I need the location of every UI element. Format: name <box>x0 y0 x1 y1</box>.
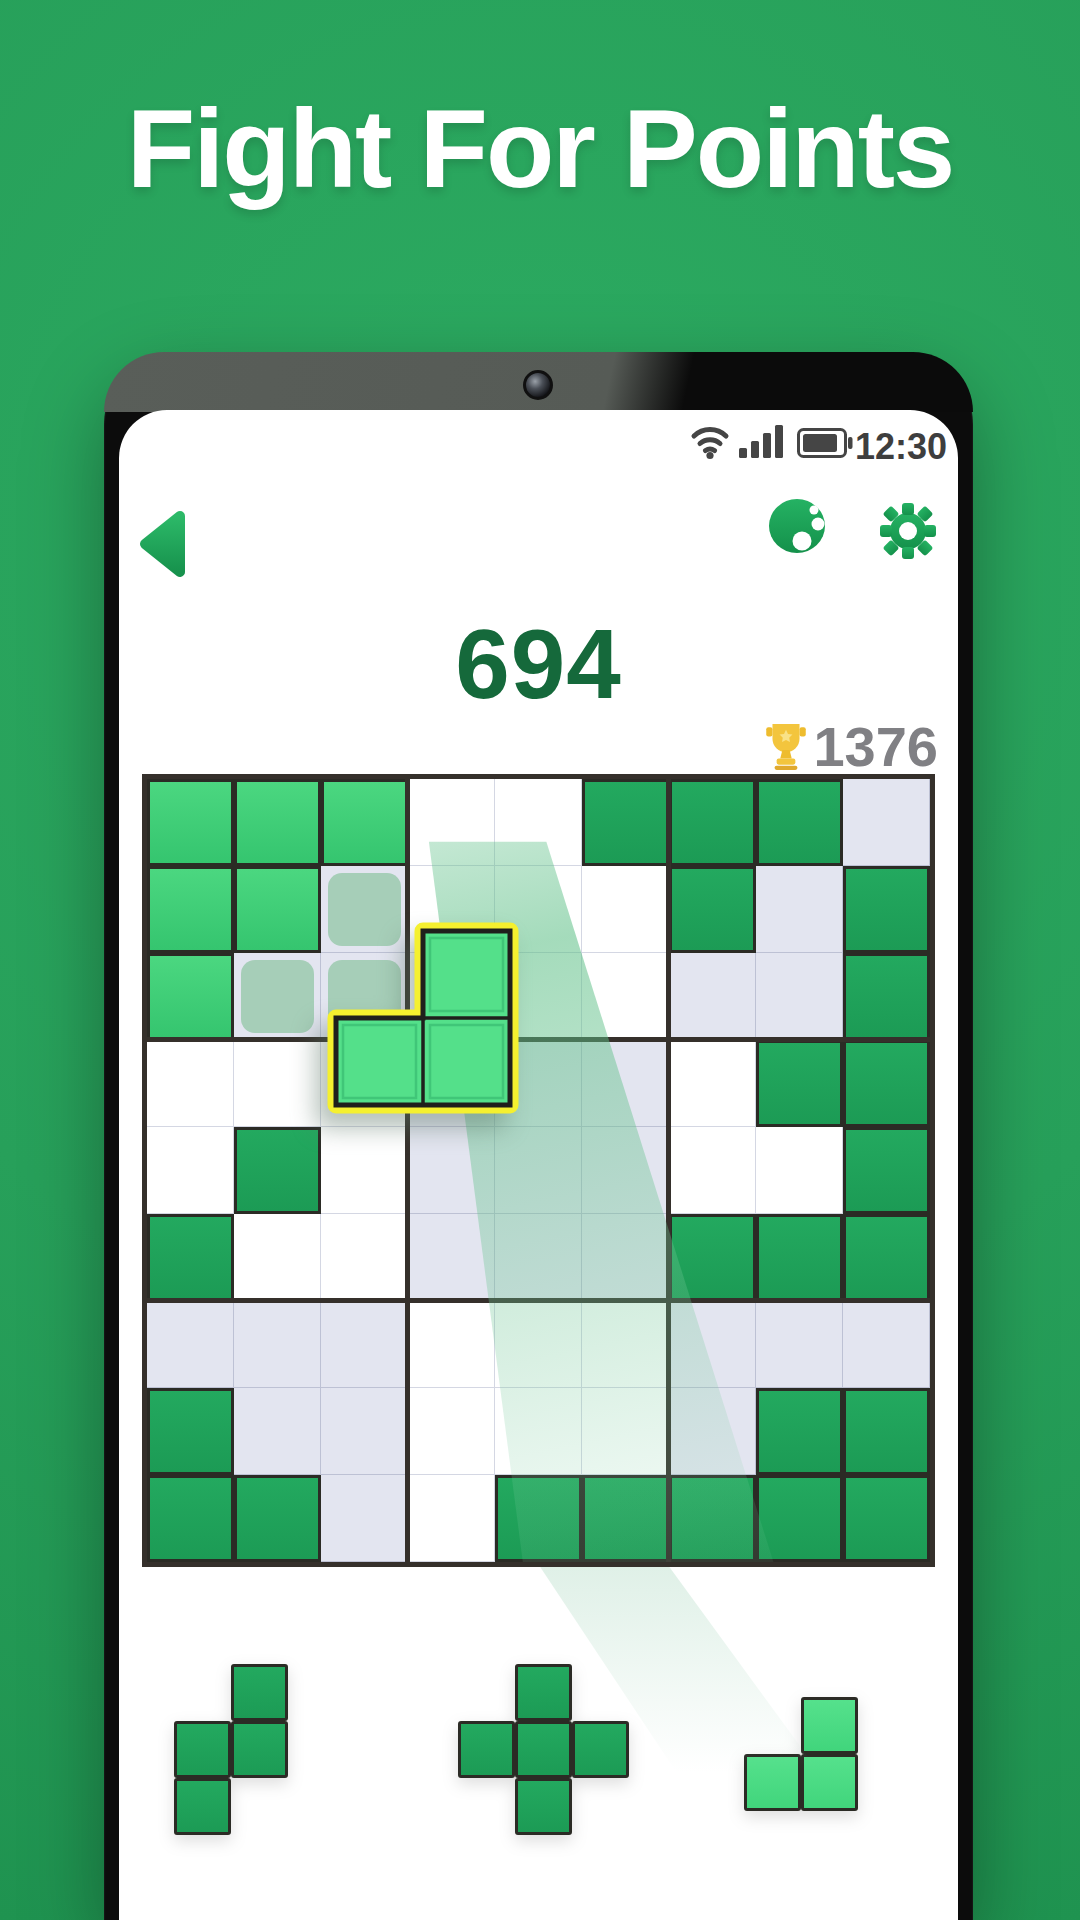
board-cell[interactable] <box>147 1388 234 1475</box>
tray-piece-cell <box>231 1721 288 1778</box>
tray-piece-corner-tromino[interactable] <box>744 1697 858 1811</box>
tray-piece-cell <box>801 1697 858 1754</box>
best-score-row: 1376 <box>765 714 938 779</box>
board-cell[interactable] <box>147 779 234 866</box>
board-cell[interactable] <box>669 1040 756 1127</box>
phone-bezel <box>104 352 973 412</box>
board-cell[interactable] <box>147 1475 234 1562</box>
board-cell[interactable] <box>234 1301 321 1388</box>
board-cell[interactable] <box>147 1214 234 1301</box>
board-cell[interactable] <box>147 1040 234 1127</box>
board-cell[interactable] <box>756 953 843 1040</box>
board-cell[interactable] <box>147 1127 234 1214</box>
trophy-icon <box>765 721 807 773</box>
board-cell[interactable] <box>582 1040 669 1127</box>
board-cell[interactable] <box>495 1214 582 1301</box>
board-cell[interactable] <box>147 866 234 953</box>
board-cell[interactable] <box>669 1127 756 1214</box>
board-cell[interactable] <box>582 1301 669 1388</box>
settings-gear-button[interactable] <box>878 501 938 561</box>
best-score-value: 1376 <box>813 714 938 779</box>
tray-piece-plus-pentomino[interactable] <box>458 1664 629 1835</box>
tray-piece-cell <box>174 1721 231 1778</box>
board-cell[interactable] <box>756 1040 843 1127</box>
tray-piece-cell <box>744 1754 801 1811</box>
board-cell[interactable] <box>669 779 756 866</box>
board-cell[interactable] <box>756 866 843 953</box>
tray-piece-cell <box>515 1778 572 1835</box>
board-cell[interactable] <box>408 1214 495 1301</box>
battery-icon <box>797 428 853 458</box>
tray-piece-cell <box>231 1664 288 1721</box>
board-cell[interactable] <box>408 779 495 866</box>
current-score: 694 <box>119 608 958 721</box>
board-cell[interactable] <box>234 1214 321 1301</box>
phone-mockup: 12:30 <box>104 352 973 1920</box>
board-cell[interactable] <box>843 1040 930 1127</box>
floating-piece[interactable] <box>322 917 524 1119</box>
board-cell[interactable] <box>408 1475 495 1562</box>
board-cell[interactable] <box>321 1301 408 1388</box>
board-cell[interactable] <box>669 866 756 953</box>
board-cell[interactable] <box>582 779 669 866</box>
board-cell[interactable] <box>582 1388 669 1475</box>
board-cell[interactable] <box>843 1475 930 1562</box>
board-cell[interactable] <box>843 953 930 1040</box>
board-cell[interactable] <box>408 1388 495 1475</box>
board-cell[interactable] <box>408 1301 495 1388</box>
board-cell[interactable] <box>582 1127 669 1214</box>
board-cell[interactable] <box>669 1388 756 1475</box>
board-cell[interactable] <box>843 866 930 953</box>
clock-time: 12:30 <box>855 426 950 468</box>
board-cell[interactable] <box>408 1127 495 1214</box>
board-cell[interactable] <box>321 1388 408 1475</box>
board-cell[interactable] <box>321 1214 408 1301</box>
board-cell[interactable] <box>669 1301 756 1388</box>
wifi-icon <box>690 422 730 460</box>
board-cell[interactable] <box>843 1301 930 1388</box>
board-cell[interactable] <box>495 1301 582 1388</box>
ghost-preview-cell[interactable] <box>234 953 321 1040</box>
board-cell[interactable] <box>234 779 321 866</box>
board-cell[interactable] <box>234 866 321 953</box>
palette-button[interactable] <box>766 496 834 556</box>
signal-strength-icon <box>739 424 785 458</box>
tray-piece-cell <box>572 1721 629 1778</box>
back-button[interactable] <box>136 510 186 578</box>
board-cell[interactable] <box>582 1214 669 1301</box>
board-cell[interactable] <box>582 953 669 1040</box>
box-divider <box>405 779 410 1562</box>
board-cell[interactable] <box>495 1475 582 1562</box>
game-board <box>142 774 935 1567</box>
board-grid <box>147 779 930 1562</box>
board-cell[interactable] <box>756 1127 843 1214</box>
tray-piece-cell <box>458 1721 515 1778</box>
board-cell[interactable] <box>234 1475 321 1562</box>
board-cell[interactable] <box>582 866 669 953</box>
tray-piece-s-tetromino[interactable] <box>174 1664 288 1835</box>
board-cell[interactable] <box>756 1388 843 1475</box>
board-cell[interactable] <box>234 1388 321 1475</box>
tray-piece-cell <box>515 1664 572 1721</box>
board-cell[interactable] <box>843 1127 930 1214</box>
board-cell[interactable] <box>843 1388 930 1475</box>
tray-piece-cell <box>174 1778 231 1835</box>
board-cell[interactable] <box>234 1127 321 1214</box>
board-cell[interactable] <box>669 1214 756 1301</box>
board-cell[interactable] <box>669 1475 756 1562</box>
board-cell[interactable] <box>756 1214 843 1301</box>
board-cell[interactable] <box>843 779 930 866</box>
board-cell[interactable] <box>147 953 234 1040</box>
page-title: Fight For Points <box>0 84 1080 213</box>
board-cell[interactable] <box>756 1475 843 1562</box>
board-cell[interactable] <box>495 1388 582 1475</box>
tray-piece-cell <box>801 1754 858 1811</box>
tray-piece-cell <box>515 1721 572 1778</box>
front-camera <box>523 370 553 400</box>
box-divider <box>147 1037 930 1042</box>
board-cell[interactable] <box>756 779 843 866</box>
board-cell[interactable] <box>495 1127 582 1214</box>
phone-screen: 12:30 <box>119 410 958 1920</box>
board-cell[interactable] <box>147 1301 234 1388</box>
board-cell[interactable] <box>234 1040 321 1127</box>
board-cell[interactable] <box>321 779 408 866</box>
board-cell[interactable] <box>756 1301 843 1388</box>
box-divider <box>147 1298 930 1303</box>
board-cell[interactable] <box>843 1214 930 1301</box>
board-cell[interactable] <box>669 953 756 1040</box>
box-divider <box>666 779 671 1562</box>
board-cell[interactable] <box>321 1127 408 1214</box>
board-cell[interactable] <box>321 1475 408 1562</box>
board-cell[interactable] <box>582 1475 669 1562</box>
board-cell[interactable] <box>495 779 582 866</box>
